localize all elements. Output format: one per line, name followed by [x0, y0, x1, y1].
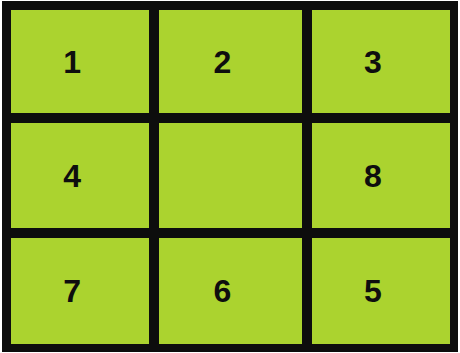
- tile-4-label: 4: [63, 160, 81, 192]
- tile-5-label: 5: [364, 275, 382, 307]
- tile-1[interactable]: 1: [11, 10, 149, 113]
- tile-6[interactable]: 6: [159, 238, 301, 344]
- tile-3-label: 3: [364, 46, 382, 78]
- puzzle-board: 1 2 3 4 8 7 6 5: [2, 1, 458, 352]
- tile-8[interactable]: 8: [312, 123, 450, 228]
- tile-5[interactable]: 5: [312, 238, 450, 344]
- tile-6-label: 6: [214, 275, 232, 307]
- tile-7-label: 7: [63, 275, 81, 307]
- tile-4[interactable]: 4: [11, 123, 149, 228]
- tile-1-label: 1: [63, 46, 81, 78]
- tile-8-label: 8: [364, 160, 382, 192]
- tile-2[interactable]: 2: [159, 10, 301, 113]
- empty-cell: [159, 123, 301, 228]
- tile-3[interactable]: 3: [312, 10, 450, 113]
- tile-2-label: 2: [214, 46, 232, 78]
- tile-7[interactable]: 7: [11, 238, 149, 344]
